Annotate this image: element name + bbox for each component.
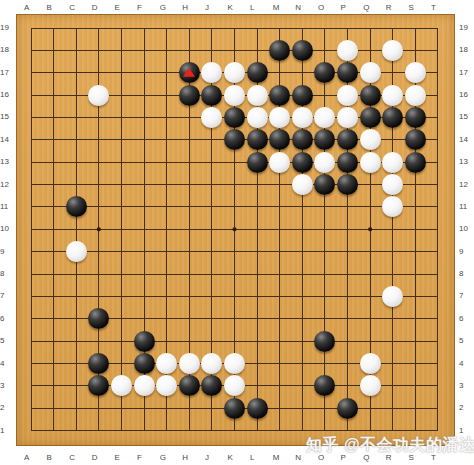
coord-label-bottom-B: B bbox=[47, 453, 52, 463]
stone-F3[interactable] bbox=[134, 375, 155, 396]
stone-M18[interactable] bbox=[269, 40, 290, 61]
coord-label-bottom-E: E bbox=[114, 453, 119, 463]
coord-label-left-3: 3 bbox=[0, 381, 4, 391]
coord-label-bottom-A: A bbox=[24, 453, 29, 463]
coord-label-right-14: 14 bbox=[459, 135, 468, 145]
coord-label-top-T: T bbox=[431, 3, 436, 13]
coord-label-top-F: F bbox=[137, 3, 142, 13]
coord-label-top-L: L bbox=[250, 3, 254, 13]
stone-N18[interactable] bbox=[292, 40, 313, 61]
coord-label-bottom-G: G bbox=[160, 453, 166, 463]
coord-label-top-K: K bbox=[227, 3, 232, 13]
stone-L15[interactable] bbox=[247, 107, 268, 128]
coord-label-top-Q: Q bbox=[363, 3, 369, 13]
coord-label-right-6: 6 bbox=[459, 314, 463, 324]
coord-label-left-10: 10 bbox=[0, 224, 9, 234]
coord-label-bottom-N: N bbox=[295, 453, 301, 463]
stone-N13[interactable] bbox=[292, 152, 313, 173]
star-point-Q10 bbox=[368, 227, 372, 231]
coord-label-top-S: S bbox=[408, 3, 413, 13]
coord-label-left-2: 2 bbox=[0, 403, 4, 413]
coord-label-right-4: 4 bbox=[459, 359, 463, 369]
stone-L16[interactable] bbox=[247, 85, 268, 106]
stone-K16[interactable] bbox=[224, 85, 245, 106]
coord-label-top-A: A bbox=[24, 3, 29, 13]
stone-O5[interactable] bbox=[314, 331, 335, 352]
watermark: 知乎 @不会功夫的潘达 bbox=[306, 435, 474, 456]
coord-label-bottom-M: M bbox=[273, 453, 280, 463]
coord-label-bottom-C: C bbox=[69, 453, 75, 463]
coord-label-top-P: P bbox=[341, 3, 346, 13]
coord-label-top-H: H bbox=[182, 3, 188, 13]
coord-label-bottom-K: K bbox=[227, 453, 232, 463]
coord-label-bottom-J: J bbox=[205, 453, 209, 463]
coord-label-right-11: 11 bbox=[459, 202, 467, 212]
coord-label-left-8: 8 bbox=[0, 269, 4, 279]
stone-P18[interactable] bbox=[337, 40, 358, 61]
stone-N12[interactable] bbox=[292, 174, 313, 195]
coord-label-top-R: R bbox=[386, 3, 392, 13]
coord-label-top-D: D bbox=[92, 3, 98, 13]
stone-S17[interactable] bbox=[405, 62, 426, 83]
coord-label-right-9: 9 bbox=[459, 247, 463, 257]
coord-label-left-15: 15 bbox=[0, 112, 9, 122]
stone-H17[interactable] bbox=[179, 62, 200, 83]
coord-label-left-6: 6 bbox=[0, 314, 4, 324]
coord-label-top-B: B bbox=[47, 3, 52, 13]
coord-label-top-M: M bbox=[273, 3, 280, 13]
coord-label-left-5: 5 bbox=[0, 336, 4, 346]
stone-R16[interactable] bbox=[382, 85, 403, 106]
stone-K15[interactable] bbox=[224, 107, 245, 128]
stone-P2[interactable] bbox=[337, 398, 358, 419]
coord-label-bottom-L: L bbox=[250, 453, 254, 463]
stone-M13[interactable] bbox=[269, 152, 290, 173]
star-point-K10 bbox=[232, 227, 236, 231]
stone-S13[interactable] bbox=[405, 152, 426, 173]
coord-label-right-16: 16 bbox=[459, 90, 468, 100]
stone-Q17[interactable] bbox=[360, 62, 381, 83]
coord-label-top-N: N bbox=[295, 3, 301, 13]
stone-L13[interactable] bbox=[247, 152, 268, 173]
coord-label-left-9: 9 bbox=[0, 247, 4, 257]
coord-label-right-8: 8 bbox=[459, 269, 463, 279]
coord-label-right-17: 17 bbox=[459, 68, 468, 78]
stone-P13[interactable] bbox=[337, 152, 358, 173]
stone-R18[interactable] bbox=[382, 40, 403, 61]
coord-label-right-13: 13 bbox=[459, 157, 468, 167]
stone-Q15[interactable] bbox=[360, 107, 381, 128]
stone-N15[interactable] bbox=[292, 107, 313, 128]
stone-Q14[interactable] bbox=[360, 129, 381, 150]
stone-H16[interactable] bbox=[179, 85, 200, 106]
stone-Q16[interactable] bbox=[360, 85, 381, 106]
stone-H4[interactable] bbox=[179, 353, 200, 374]
stone-R13[interactable] bbox=[382, 152, 403, 173]
stone-P16[interactable] bbox=[337, 85, 358, 106]
coord-label-right-5: 5 bbox=[459, 336, 463, 346]
stone-S16[interactable] bbox=[405, 85, 426, 106]
stone-D16[interactable] bbox=[88, 85, 109, 106]
stone-P12[interactable] bbox=[337, 174, 358, 195]
coord-label-left-17: 17 bbox=[0, 68, 9, 78]
stone-J16[interactable] bbox=[201, 85, 222, 106]
coord-label-right-3: 3 bbox=[459, 381, 463, 391]
coord-label-left-14: 14 bbox=[0, 135, 9, 145]
stone-Q4[interactable] bbox=[360, 353, 381, 374]
stone-S15[interactable] bbox=[405, 107, 426, 128]
coord-label-bottom-D: D bbox=[92, 453, 98, 463]
stone-K2[interactable] bbox=[224, 398, 245, 419]
coord-label-top-E: E bbox=[114, 3, 119, 13]
coord-label-right-2: 2 bbox=[459, 403, 463, 413]
stone-M16[interactable] bbox=[269, 85, 290, 106]
coord-label-top-J: J bbox=[205, 3, 209, 13]
coord-label-top-G: G bbox=[160, 3, 166, 13]
coord-label-left-4: 4 bbox=[0, 359, 4, 369]
coord-label-left-12: 12 bbox=[0, 180, 9, 190]
stone-L17[interactable] bbox=[247, 62, 268, 83]
coord-label-left-16: 16 bbox=[0, 90, 9, 100]
stone-K4[interactable] bbox=[224, 353, 245, 374]
coord-label-top-C: C bbox=[69, 3, 75, 13]
coord-label-right-12: 12 bbox=[459, 180, 468, 190]
coord-label-left-19: 19 bbox=[0, 23, 9, 33]
go-diagram: ABCDEFGHJKLMNOPQRST ABCDEFGHJKLMNOPQRST … bbox=[0, 0, 474, 465]
stone-F5[interactable] bbox=[134, 331, 155, 352]
coord-label-left-1: 1 bbox=[0, 426, 4, 436]
coord-label-left-13: 13 bbox=[0, 157, 9, 167]
stone-F4[interactable] bbox=[134, 353, 155, 374]
coord-label-top-O: O bbox=[318, 3, 324, 13]
coord-label-left-18: 18 bbox=[0, 45, 9, 55]
stone-L14[interactable] bbox=[247, 129, 268, 150]
coord-label-right-10: 10 bbox=[459, 224, 468, 234]
coord-label-right-15: 15 bbox=[459, 112, 468, 122]
coord-label-left-11: 11 bbox=[0, 202, 8, 212]
stone-Q13[interactable] bbox=[360, 152, 381, 173]
coord-label-right-18: 18 bbox=[459, 45, 468, 55]
go-board[interactable] bbox=[16, 14, 455, 446]
stone-C9[interactable] bbox=[66, 241, 87, 262]
stone-L2[interactable] bbox=[247, 398, 268, 419]
coord-label-right-7: 7 bbox=[459, 291, 463, 301]
last-move-marker bbox=[183, 68, 195, 77]
stone-Q3[interactable] bbox=[360, 375, 381, 396]
coord-label-right-19: 19 bbox=[459, 23, 468, 33]
coord-label-bottom-F: F bbox=[137, 453, 142, 463]
stone-N16[interactable] bbox=[292, 85, 313, 106]
coord-label-left-7: 7 bbox=[0, 291, 4, 301]
coord-label-bottom-H: H bbox=[182, 453, 188, 463]
stone-P15[interactable] bbox=[337, 107, 358, 128]
star-point-D10 bbox=[97, 227, 101, 231]
